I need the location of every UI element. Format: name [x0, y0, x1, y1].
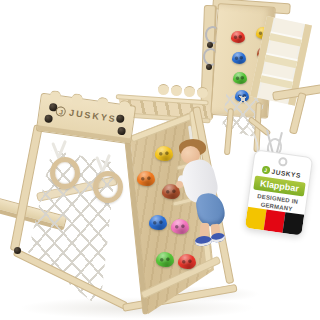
bolt-knob	[117, 127, 126, 136]
hang-tag: J JUSKYS Klappbar DESIGNED IN GERMANY	[244, 149, 314, 236]
ladder-rung	[260, 75, 293, 89]
tag-brand-name: JUSKYS	[271, 167, 301, 178]
climbing-hold	[137, 171, 155, 186]
juskys-logo-icon: J	[56, 106, 67, 117]
climbing-hold	[232, 52, 246, 64]
product-photo: J JUSKYS J JUSKYS	[0, 0, 320, 320]
climbing-hold	[171, 219, 189, 234]
gym-ring-1	[50, 157, 80, 189]
climbing-hold	[155, 146, 173, 161]
climbing-hold	[233, 72, 247, 84]
climbing-hold	[231, 31, 245, 43]
bolt-knob	[207, 42, 213, 48]
bolt-knob	[206, 64, 212, 70]
end-cap	[14, 247, 21, 254]
climbing-hold	[149, 215, 167, 230]
gym-ring-2	[93, 171, 123, 203]
ladder-rung	[264, 55, 297, 69]
front-beam: J JUSKYS	[36, 93, 136, 145]
tag-hole	[278, 157, 288, 167]
climbing-hold	[156, 252, 174, 267]
bolt-knob	[44, 114, 53, 123]
brand-name: JUSKYS	[68, 108, 117, 125]
flag-black-block	[282, 212, 304, 235]
ladder-rung	[269, 33, 302, 47]
climbing-hold	[178, 254, 196, 269]
juskys-logo-icon: J	[261, 165, 270, 174]
